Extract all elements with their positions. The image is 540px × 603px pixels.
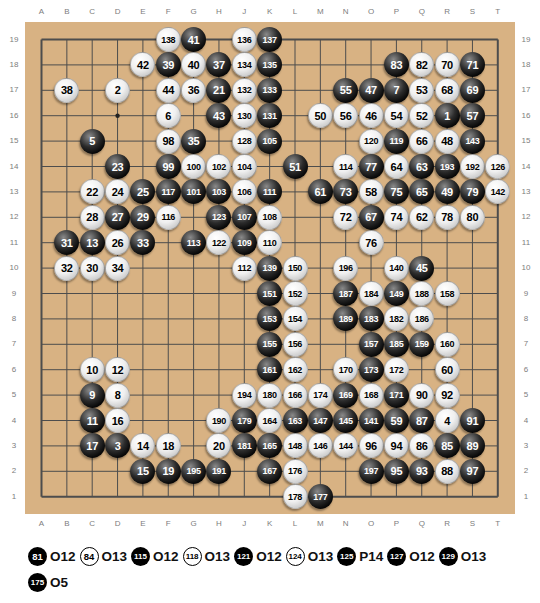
- stone-white-48-R15: 48: [435, 129, 460, 154]
- stone-black-169-N5: 169: [333, 383, 358, 408]
- col-label-top-G: G: [190, 8, 196, 16]
- stone-black-95-P2: 95: [384, 459, 409, 484]
- stone-black-107-J12: 107: [232, 205, 257, 230]
- row-label-right-12: 12: [522, 213, 531, 221]
- row-label-left-5: 5: [12, 391, 16, 399]
- row-label-left-4: 4: [12, 417, 16, 425]
- stone-black-117-F13: 117: [156, 179, 181, 204]
- stone-white-196-N10: 196: [333, 256, 358, 281]
- stone-black-159-Q7: 159: [409, 332, 434, 357]
- stone-black-109-J11: 109: [232, 230, 257, 255]
- row-label-right-13: 13: [522, 188, 531, 196]
- stone-white-180-K5: 180: [257, 383, 282, 408]
- stone-black-195-G2: 195: [181, 459, 206, 484]
- caption-item-move-125: 125P14: [337, 547, 383, 566]
- caption-coord-label: O12: [50, 549, 76, 564]
- col-label-bottom-Q: Q: [419, 520, 425, 528]
- stone-black-137-K19: 137: [257, 27, 282, 52]
- caption-stone-icon-black-175: 175: [28, 573, 47, 592]
- stone-black-147-M4: 147: [308, 408, 333, 433]
- stone-white-166-L5: 166: [283, 383, 308, 408]
- stone-white-150-L10: 150: [283, 256, 308, 281]
- stone-white-92-R5: 92: [435, 383, 460, 408]
- row-label-left-17: 17: [10, 86, 19, 94]
- stone-black-17-C3: 17: [80, 433, 105, 458]
- caption-item-move-118: 118O13: [183, 547, 231, 566]
- col-label-bottom-B: B: [64, 520, 69, 528]
- stone-black-55-N17: 55: [333, 78, 358, 103]
- caption-stone-icon-black-129: 129: [439, 547, 458, 566]
- row-label-right-2: 2: [524, 467, 528, 475]
- col-label-top-D: D: [115, 8, 121, 16]
- col-label-top-K: K: [267, 8, 272, 16]
- row-label-left-11: 11: [10, 239, 18, 247]
- caption-coord-label: O13: [102, 549, 128, 564]
- stone-white-44-F17: 44: [156, 78, 181, 103]
- col-label-bottom-R: R: [444, 520, 450, 528]
- caption-coord-label: O13: [205, 549, 231, 564]
- row-label-right-8: 8: [524, 315, 528, 323]
- stone-white-100-G14: 100: [181, 154, 206, 179]
- col-label-top-N: N: [343, 8, 349, 16]
- stone-white-60-R6: 60: [435, 357, 460, 382]
- caption-item-move-81: 81O12: [28, 547, 76, 566]
- stone-black-157-O7: 157: [359, 332, 384, 357]
- stone-black-105-K15: 105: [257, 129, 282, 154]
- stone-black-35-G15: 35: [181, 129, 206, 154]
- stone-white-104-J14: 104: [232, 154, 257, 179]
- stone-white-112-J10: 112: [232, 256, 257, 281]
- row-label-left-2: 2: [12, 467, 16, 475]
- col-label-bottom-J: J: [242, 520, 246, 528]
- stone-black-19-F2: 19: [156, 459, 181, 484]
- col-label-top-M: M: [317, 8, 324, 16]
- col-label-bottom-E: E: [140, 520, 145, 528]
- col-label-top-S: S: [470, 8, 475, 16]
- row-label-left-8: 8: [12, 315, 16, 323]
- stone-white-46-O16: 46: [359, 103, 384, 128]
- col-label-bottom-A: A: [39, 520, 44, 528]
- row-label-right-4: 4: [524, 417, 528, 425]
- caption-coord-label: O5: [50, 575, 68, 590]
- caption-stone-icon-black-127: 127: [387, 547, 406, 566]
- stone-white-172-P6: 172: [384, 357, 409, 382]
- stone-white-164-K4: 164: [257, 408, 282, 433]
- col-label-top-Q: Q: [419, 8, 425, 16]
- row-label-right-5: 5: [524, 391, 528, 399]
- stone-white-152-L9: 152: [283, 281, 308, 306]
- stone-black-67-O12: 67: [359, 205, 384, 230]
- row-label-right-10: 10: [522, 264, 531, 272]
- stone-white-158-R9: 158: [435, 281, 460, 306]
- stone-white-18-F3: 18: [156, 433, 181, 458]
- stone-black-9-C5: 9: [80, 383, 105, 408]
- col-label-bottom-P: P: [394, 520, 399, 528]
- stone-black-39-F18: 39: [156, 52, 181, 77]
- caption-line-2: 175O5: [28, 573, 72, 592]
- stone-black-49-R13: 49: [435, 179, 460, 204]
- stone-white-32-B10: 32: [54, 256, 79, 281]
- stone-black-11-C4: 11: [80, 408, 105, 433]
- caption-item-move-129: 129O13: [439, 547, 487, 566]
- stone-white-174-M5: 174: [308, 383, 333, 408]
- col-label-bottom-G: G: [190, 520, 196, 528]
- col-label-bottom-T: T: [495, 520, 500, 528]
- stone-black-5-C15: 5: [80, 129, 105, 154]
- stone-white-140-P10: 140: [384, 256, 409, 281]
- caption-stone-icon-white-118: 118: [183, 547, 202, 566]
- stone-black-27-D12: 27: [105, 205, 130, 230]
- caption-coord-label: O12: [409, 549, 435, 564]
- stone-black-193-R14: 193: [435, 154, 460, 179]
- stone-white-90-Q5: 90: [409, 383, 434, 408]
- col-label-bottom-F: F: [166, 520, 171, 528]
- stone-black-185-P7: 185: [384, 332, 409, 357]
- stone-white-116-F12: 116: [156, 205, 181, 230]
- stone-white-120-O15: 120: [359, 129, 384, 154]
- col-label-bottom-H: H: [216, 520, 222, 528]
- stone-black-97-S2: 97: [460, 459, 485, 484]
- stone-white-78-R12: 78: [435, 205, 460, 230]
- col-label-top-J: J: [242, 8, 246, 16]
- row-label-right-18: 18: [522, 61, 531, 69]
- stone-white-70-R18: 70: [435, 52, 460, 77]
- stone-white-53-Q17: 53: [409, 78, 434, 103]
- stone-white-68-R17: 68: [435, 78, 460, 103]
- caption-coord-label: P14: [359, 549, 383, 564]
- stone-black-119-P15: 119: [384, 129, 409, 154]
- stone-black-77-O14: 77: [359, 154, 384, 179]
- stone-black-1-R16: 1: [435, 103, 460, 128]
- stone-black-167-K2: 167: [257, 459, 282, 484]
- stone-black-197-O2: 197: [359, 459, 384, 484]
- go-board-diagram: ABCDEFGHJKLMNOPQRST ABCDEFGHJKLMNOPQRST …: [0, 0, 540, 603]
- stone-white-88-R2: 88: [435, 459, 460, 484]
- stone-black-69-S17: 69: [460, 78, 485, 103]
- row-label-left-14: 14: [10, 163, 19, 171]
- stone-black-41-G19: 41: [181, 27, 206, 52]
- caption-coord-label: O12: [256, 549, 282, 564]
- stone-black-171-P5: 171: [384, 383, 409, 408]
- col-label-top-B: B: [64, 8, 69, 16]
- stone-white-4-R4: 4: [435, 408, 460, 433]
- stone-white-10-C6: 10: [80, 357, 105, 382]
- row-label-left-3: 3: [12, 442, 16, 450]
- stone-white-136-J19: 136: [232, 27, 257, 52]
- stone-white-8-D5: 8: [105, 383, 130, 408]
- stone-white-30-C10: 30: [80, 256, 105, 281]
- caption-item-move-124: 124O13: [286, 547, 334, 566]
- stone-white-130-J16: 130: [232, 103, 257, 128]
- stone-white-98-F15: 98: [156, 129, 181, 154]
- star-point: [115, 114, 119, 118]
- stone-white-22-C13: 22: [80, 179, 105, 204]
- caption-item-move-175: 175O5: [28, 573, 68, 592]
- col-label-bottom-D: D: [115, 520, 121, 528]
- stone-black-151-K9: 151: [257, 281, 282, 306]
- col-label-bottom-O: O: [368, 520, 374, 528]
- col-label-top-F: F: [166, 8, 171, 16]
- caption-stone-icon-black-125: 125: [337, 547, 356, 566]
- row-label-right-1: 1: [524, 493, 528, 501]
- row-label-right-19: 19: [522, 36, 531, 44]
- row-label-right-16: 16: [522, 112, 531, 120]
- stone-white-50-M16: 50: [308, 103, 333, 128]
- stone-white-80-S12: 80: [460, 205, 485, 230]
- stone-white-76-O11: 76: [359, 230, 384, 255]
- caption-stone-icon-black-121: 121: [234, 547, 253, 566]
- stone-black-91-S4: 91: [460, 408, 485, 433]
- stone-white-54-P16: 54: [384, 103, 409, 128]
- caption-item-move-84: 84O13: [80, 547, 128, 566]
- row-label-left-9: 9: [12, 290, 16, 298]
- stone-white-34-D10: 34: [105, 256, 130, 281]
- col-label-top-O: O: [368, 8, 374, 16]
- col-label-bottom-N: N: [343, 520, 349, 528]
- stone-black-143-S15: 143: [460, 129, 485, 154]
- col-label-bottom-C: C: [89, 520, 95, 528]
- stone-black-173-O6: 173: [359, 357, 384, 382]
- stone-white-6-F16: 6: [156, 103, 181, 128]
- stone-black-99-F14: 99: [156, 154, 181, 179]
- stone-black-183-O8: 183: [359, 306, 384, 331]
- stone-white-2-D17: 2: [105, 78, 130, 103]
- col-label-bottom-K: K: [267, 520, 272, 528]
- row-label-left-19: 19: [10, 36, 19, 44]
- row-label-right-3: 3: [524, 442, 528, 450]
- col-label-top-L: L: [293, 8, 297, 16]
- row-label-left-15: 15: [10, 137, 19, 145]
- stone-black-179-J4: 179: [232, 408, 257, 433]
- row-label-right-6: 6: [524, 366, 528, 374]
- stone-black-155-K7: 155: [257, 332, 282, 357]
- stone-black-13-C11: 13: [80, 230, 105, 255]
- col-label-top-H: H: [216, 8, 222, 16]
- stone-black-133-K17: 133: [257, 78, 282, 103]
- caption-stone-icon-black-115: 115: [131, 547, 150, 566]
- stone-black-23-D14: 23: [105, 154, 130, 179]
- stone-black-85-R3: 85: [435, 433, 460, 458]
- stone-black-141-O4: 141: [359, 408, 384, 433]
- caption-coord-label: O13: [461, 549, 487, 564]
- stone-white-192-S14: 192: [460, 154, 485, 179]
- caption-line-1: 81O1284O13115O12118O13121O12124O13125P14…: [28, 547, 490, 566]
- stone-black-149-P9: 149: [384, 281, 409, 306]
- caption-item-move-127: 127O12: [387, 547, 435, 566]
- stone-black-177-M1: 177: [308, 484, 333, 509]
- row-label-left-18: 18: [10, 61, 19, 69]
- col-label-top-C: C: [89, 8, 95, 16]
- stone-white-72-N12: 72: [333, 205, 358, 230]
- stone-white-154-L8: 154: [283, 306, 308, 331]
- col-label-top-T: T: [495, 8, 500, 16]
- stone-white-36-G17: 36: [181, 78, 206, 103]
- col-label-top-R: R: [444, 8, 450, 16]
- col-label-bottom-L: L: [293, 520, 297, 528]
- col-label-top-E: E: [140, 8, 145, 16]
- row-label-left-10: 10: [10, 264, 19, 272]
- caption-stone-icon-white-124: 124: [286, 547, 305, 566]
- stone-white-162-L6: 162: [283, 357, 308, 382]
- row-label-left-7: 7: [12, 340, 16, 348]
- stone-black-163-L4: 163: [283, 408, 308, 433]
- col-label-top-A: A: [39, 8, 44, 16]
- caption-item-move-115: 115O12: [131, 547, 179, 566]
- col-label-top-P: P: [394, 8, 399, 16]
- stone-black-47-O17: 47: [359, 78, 384, 103]
- row-label-left-12: 12: [10, 213, 19, 221]
- caption-item-move-121: 121O12: [234, 547, 282, 566]
- stone-white-138-F19: 138: [156, 27, 181, 52]
- row-label-right-11: 11: [522, 239, 530, 247]
- stone-black-45-Q10: 45: [409, 256, 434, 281]
- stone-black-57-S16: 57: [460, 103, 485, 128]
- stone-white-148-L3: 148: [283, 433, 308, 458]
- row-label-right-9: 9: [524, 290, 528, 298]
- row-label-right-14: 14: [522, 163, 531, 171]
- stone-white-28-C12: 28: [80, 205, 105, 230]
- row-label-right-17: 17: [522, 86, 531, 94]
- stone-black-51-L14: 51: [283, 154, 308, 179]
- row-label-right-7: 7: [524, 340, 528, 348]
- stone-black-7-P17: 7: [384, 78, 409, 103]
- caption-stone-icon-white-84: 84: [80, 547, 99, 566]
- stone-white-168-O5: 168: [359, 383, 384, 408]
- stone-white-64-P14: 64: [384, 154, 409, 179]
- stone-black-93-Q2: 93: [409, 459, 434, 484]
- stone-white-62-Q12: 62: [409, 205, 434, 230]
- stone-white-176-L2: 176: [283, 459, 308, 484]
- caption-stone-icon-black-81: 81: [28, 547, 47, 566]
- stone-white-16-D4: 16: [105, 408, 130, 433]
- stone-white-74-P12: 74: [384, 205, 409, 230]
- stone-white-66-Q15: 66: [409, 129, 434, 154]
- stone-white-96-O3: 96: [359, 433, 384, 458]
- row-label-left-6: 6: [12, 366, 16, 374]
- stone-white-58-O13: 58: [359, 179, 384, 204]
- col-label-bottom-S: S: [470, 520, 475, 528]
- stone-white-178-L1: 178: [283, 484, 308, 509]
- row-label-left-16: 16: [10, 112, 19, 120]
- row-label-left-13: 13: [10, 188, 19, 196]
- col-label-bottom-M: M: [317, 520, 324, 528]
- row-label-left-1: 1: [12, 493, 16, 501]
- stone-white-156-L7: 156: [283, 332, 308, 357]
- caption-coord-label: O13: [308, 549, 334, 564]
- caption-coord-label: O12: [153, 549, 179, 564]
- stone-white-194-J5: 194: [232, 383, 257, 408]
- stone-black-139-K10: 139: [257, 256, 282, 281]
- stone-white-128-J15: 128: [232, 129, 257, 154]
- stone-white-184-O9: 184: [359, 281, 384, 306]
- stone-white-132-J17: 132: [232, 78, 257, 103]
- stone-white-108-K12: 108: [257, 205, 282, 230]
- row-label-right-15: 15: [522, 137, 531, 145]
- stone-black-59-P4: 59: [384, 408, 409, 433]
- stone-white-160-R7: 160: [435, 332, 460, 357]
- stone-white-38-B17: 38: [54, 78, 79, 103]
